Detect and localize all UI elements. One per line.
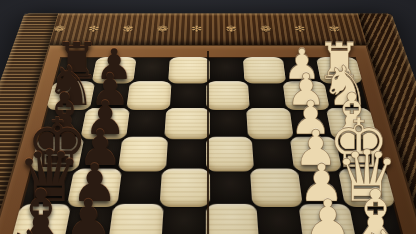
piece-white-knight-b1[interactable]: ♞ <box>352 221 416 234</box>
square-c4[interactable] <box>208 205 257 234</box>
square-c5[interactable] <box>159 205 208 234</box>
square-f6[interactable] <box>124 109 168 138</box>
square-e5[interactable] <box>164 138 208 170</box>
photo-stage: ❁ ✻ ✾ ❁ ✻ ✾ ❁ ✻ ✾ ❁ ♜♟♟♜♞♟♟♞♝♟♟♝♚♟♟♚♛♟♟♛… <box>0 0 416 234</box>
square-g4[interactable] <box>208 82 248 109</box>
square-g5[interactable] <box>168 82 208 109</box>
square-d6[interactable] <box>115 170 164 205</box>
square-d5[interactable] <box>162 170 208 205</box>
square-h5[interactable] <box>170 58 208 82</box>
square-f4[interactable] <box>208 109 250 138</box>
square-g3[interactable] <box>246 82 288 109</box>
square-e4[interactable] <box>208 138 252 170</box>
square-f3[interactable] <box>248 109 292 138</box>
scene: ❁ ✻ ✾ ❁ ✻ ✾ ❁ ✻ ✾ ❁ ♜♟♟♜♞♟♟♞♝♟♟♝♚♟♟♚♛♟♟♛… <box>0 0 416 234</box>
square-d4[interactable] <box>208 170 254 205</box>
square-h6[interactable] <box>132 58 172 82</box>
square-e6[interactable] <box>120 138 166 170</box>
square-h4[interactable] <box>208 58 246 82</box>
square-h3[interactable] <box>245 58 285 82</box>
square-f5[interactable] <box>166 109 208 138</box>
piece-black-pawn-b7[interactable]: ♟ <box>55 233 108 234</box>
square-g6[interactable] <box>128 82 170 109</box>
square-c6[interactable] <box>110 205 162 234</box>
